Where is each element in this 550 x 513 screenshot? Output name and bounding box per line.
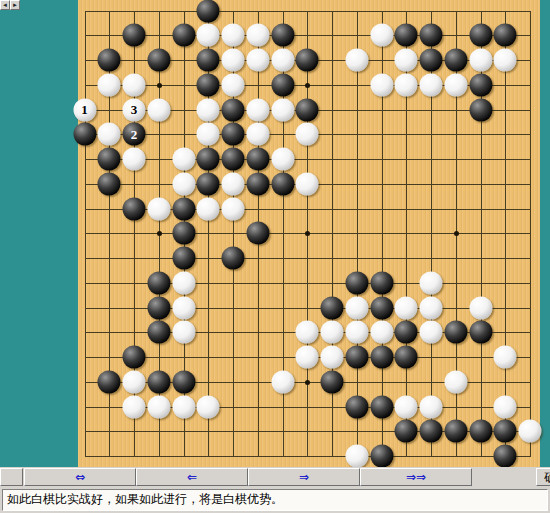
stone-black[interactable]: [494, 445, 517, 468]
stone-white[interactable]: [172, 395, 195, 418]
stone-black[interactable]: [395, 24, 418, 47]
go-board[interactable]: 132: [78, 0, 540, 467]
stone-black[interactable]: [370, 271, 393, 294]
stone-white[interactable]: [420, 73, 443, 96]
stone-white-numbered[interactable]: 1: [73, 98, 96, 121]
stone-black[interactable]: [147, 321, 170, 344]
stone-white[interactable]: [147, 395, 170, 418]
stone-white[interactable]: [222, 49, 245, 72]
stone-black[interactable]: [494, 420, 517, 443]
stone-black[interactable]: [345, 395, 368, 418]
stone-white[interactable]: [222, 172, 245, 195]
stone-white[interactable]: [222, 73, 245, 96]
stone-white[interactable]: [444, 370, 467, 393]
stone-black[interactable]: [395, 346, 418, 369]
stone-black[interactable]: [197, 0, 220, 22]
stone-white[interactable]: [420, 271, 443, 294]
stone-white[interactable]: [345, 445, 368, 468]
navigation-toolbar: ⇔⇐⇒⇒⇒确: [0, 467, 550, 487]
stone-black[interactable]: [222, 98, 245, 121]
stone-white[interactable]: [246, 98, 269, 121]
stone-black[interactable]: [123, 197, 146, 220]
mini-scrollbar: ◄ ►: [0, 0, 20, 10]
stone-black[interactable]: [444, 420, 467, 443]
stone-black[interactable]: [444, 49, 467, 72]
stone-white-numbered[interactable]: 3: [123, 98, 146, 121]
stone-black[interactable]: [321, 296, 344, 319]
stone-black[interactable]: [469, 73, 492, 96]
grid-line-horizontal: [85, 456, 532, 457]
stone-black[interactable]: [197, 148, 220, 171]
right-teal-panel: [540, 0, 550, 467]
grid-line-horizontal: [85, 258, 532, 259]
stone-white[interactable]: [345, 321, 368, 344]
stone-black[interactable]: [444, 321, 467, 344]
stone-white[interactable]: [345, 49, 368, 72]
stone-black[interactable]: [172, 197, 195, 220]
star-point: [157, 231, 162, 236]
stone-black[interactable]: [172, 24, 195, 47]
stone-white[interactable]: [222, 24, 245, 47]
stone-black[interactable]: [73, 123, 96, 146]
stone-black[interactable]: [246, 148, 269, 171]
stone-black[interactable]: [123, 24, 146, 47]
star-point: [305, 380, 310, 385]
stone-white[interactable]: [123, 395, 146, 418]
stone-white[interactable]: [197, 197, 220, 220]
stone-black[interactable]: [494, 24, 517, 47]
stone-black[interactable]: [469, 98, 492, 121]
stone-black-numbered[interactable]: 2: [123, 123, 146, 146]
stone-white[interactable]: [494, 346, 517, 369]
stone-white[interactable]: [345, 296, 368, 319]
stone-black[interactable]: [98, 370, 121, 393]
stone-white[interactable]: [370, 73, 393, 96]
stone-white[interactable]: [519, 420, 542, 443]
stone-white[interactable]: [98, 73, 121, 96]
stone-black[interactable]: [197, 49, 220, 72]
stone-white[interactable]: [172, 271, 195, 294]
stone-black[interactable]: [345, 271, 368, 294]
stone-white[interactable]: [370, 321, 393, 344]
stone-white[interactable]: [147, 197, 170, 220]
stone-white[interactable]: [197, 123, 220, 146]
stone-white[interactable]: [469, 296, 492, 319]
nav-last-button[interactable]: ⇒⇒: [360, 468, 472, 486]
stone-black[interactable]: [296, 49, 319, 72]
stone-white[interactable]: [296, 123, 319, 146]
stone-white[interactable]: [197, 98, 220, 121]
stone-white[interactable]: [172, 172, 195, 195]
stone-black[interactable]: [147, 271, 170, 294]
grid-line-vertical: [530, 11, 531, 458]
stone-white[interactable]: [271, 49, 294, 72]
stone-white[interactable]: [246, 49, 269, 72]
stone-black[interactable]: [296, 98, 319, 121]
toolbar-spacer-button[interactable]: [0, 468, 23, 486]
confirm-button[interactable]: 确: [536, 468, 550, 486]
stone-white[interactable]: [123, 73, 146, 96]
stone-black[interactable]: [222, 247, 245, 270]
stone-black[interactable]: [98, 172, 121, 195]
nav-prev-button[interactable]: ⇐: [136, 468, 248, 486]
scroll-left-icon[interactable]: ◄: [0, 0, 10, 10]
stone-black[interactable]: [420, 49, 443, 72]
stone-black[interactable]: [345, 346, 368, 369]
nav-next-button[interactable]: ⇒: [248, 468, 360, 486]
stone-white[interactable]: [123, 148, 146, 171]
stone-black[interactable]: [147, 296, 170, 319]
stone-white[interactable]: [420, 321, 443, 344]
stone-black[interactable]: [370, 296, 393, 319]
stone-white[interactable]: [271, 148, 294, 171]
stone-black[interactable]: [197, 73, 220, 96]
scroll-right-icon[interactable]: ►: [10, 0, 20, 10]
stone-white[interactable]: [370, 24, 393, 47]
grid-line-vertical: [357, 11, 358, 458]
star-point: [305, 83, 310, 88]
stone-black[interactable]: [98, 49, 121, 72]
stone-black[interactable]: [197, 172, 220, 195]
status-bar: 如此白棋比实战好，如果如此进行，将是白棋优势。: [0, 487, 550, 513]
stone-black[interactable]: [469, 24, 492, 47]
stone-white[interactable]: [296, 172, 319, 195]
stone-white[interactable]: [98, 123, 121, 146]
stone-black[interactable]: [123, 346, 146, 369]
stone-white[interactable]: [197, 24, 220, 47]
stone-black[interactable]: [147, 49, 170, 72]
stone-black[interactable]: [469, 420, 492, 443]
stone-white[interactable]: [172, 296, 195, 319]
stone-white[interactable]: [469, 49, 492, 72]
stone-black[interactable]: [321, 370, 344, 393]
go-review-window: ◄ ► 132 ⇔⇐⇒⇒⇒确 如此白棋比实战好，如果如此进行，将是白棋优势。: [0, 0, 550, 513]
stone-black[interactable]: [420, 24, 443, 47]
stone-black[interactable]: [420, 420, 443, 443]
stone-black[interactable]: [246, 222, 269, 245]
star-point: [454, 231, 459, 236]
stone-white[interactable]: [246, 123, 269, 146]
stone-white[interactable]: [395, 296, 418, 319]
stone-white[interactable]: [420, 395, 443, 418]
stone-white[interactable]: [296, 321, 319, 344]
stone-black[interactable]: [395, 420, 418, 443]
stone-black[interactable]: [222, 123, 245, 146]
stone-black[interactable]: [222, 148, 245, 171]
stone-white[interactable]: [395, 49, 418, 72]
stone-white[interactable]: [271, 370, 294, 393]
stone-white[interactable]: [494, 49, 517, 72]
stone-black[interactable]: [147, 370, 170, 393]
stone-white[interactable]: [222, 197, 245, 220]
stone-white[interactable]: [321, 321, 344, 344]
stone-white[interactable]: [296, 346, 319, 369]
stone-black[interactable]: [395, 321, 418, 344]
nav-first-button[interactable]: ⇔: [24, 468, 136, 486]
stone-white[interactable]: [395, 73, 418, 96]
stone-white[interactable]: [172, 321, 195, 344]
status-text: 如此白棋比实战好，如果如此进行，将是白棋优势。: [2, 489, 548, 511]
stone-black[interactable]: [271, 73, 294, 96]
stone-white[interactable]: [271, 98, 294, 121]
stone-white[interactable]: [444, 73, 467, 96]
stone-black[interactable]: [172, 370, 195, 393]
stone-white[interactable]: [420, 296, 443, 319]
stone-white[interactable]: [246, 24, 269, 47]
stone-black[interactable]: [370, 395, 393, 418]
stone-white[interactable]: [123, 370, 146, 393]
stone-black[interactable]: [98, 148, 121, 171]
stone-white[interactable]: [197, 395, 220, 418]
stone-black[interactable]: [370, 445, 393, 468]
stone-white[interactable]: [147, 98, 170, 121]
stone-white[interactable]: [321, 346, 344, 369]
stone-white[interactable]: [395, 395, 418, 418]
stone-black[interactable]: [469, 321, 492, 344]
star-point: [157, 83, 162, 88]
stone-black[interactable]: [271, 24, 294, 47]
star-point: [305, 231, 310, 236]
stone-black[interactable]: [370, 346, 393, 369]
left-teal-panel: [0, 0, 78, 467]
stone-white[interactable]: [172, 148, 195, 171]
stone-black[interactable]: [172, 247, 195, 270]
stone-black[interactable]: [246, 172, 269, 195]
grid-line-vertical: [505, 11, 506, 458]
stone-black[interactable]: [271, 172, 294, 195]
stone-black[interactable]: [172, 222, 195, 245]
stone-white[interactable]: [494, 395, 517, 418]
